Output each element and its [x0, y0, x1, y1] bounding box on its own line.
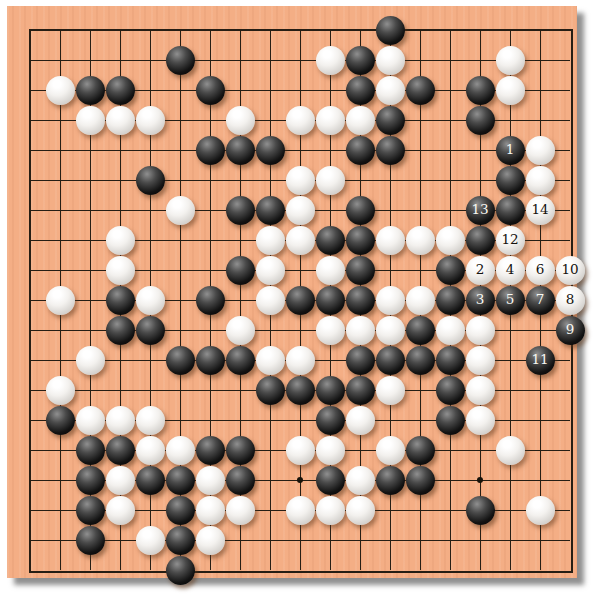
stone-black-8-12[interactable]	[226, 346, 255, 375]
stone-black-15-13[interactable]	[436, 376, 465, 405]
stone-white-13-13[interactable]	[376, 376, 405, 405]
star-point	[477, 477, 483, 483]
stone-black-16-17[interactable]	[466, 496, 495, 525]
stone-white-7-16[interactable]	[196, 466, 225, 495]
stone-white-4-9[interactable]	[106, 256, 135, 285]
stone-white-16-14[interactable]	[466, 406, 495, 435]
stone-black-17-6[interactable]	[496, 166, 525, 195]
stone-black-5-6[interactable]	[136, 166, 165, 195]
stone-black-18-12[interactable]: 11	[526, 346, 555, 375]
stone-black-6-17[interactable]	[166, 496, 195, 525]
move-number-label: 8	[566, 293, 575, 307]
move-number-label: 14	[531, 203, 548, 217]
stone-white-6-15[interactable]	[166, 436, 195, 465]
stone-white-11-6[interactable]	[316, 166, 345, 195]
stone-white-2-3[interactable]	[46, 76, 75, 105]
stone-white-10-8[interactable]	[286, 226, 315, 255]
stone-white-4-17[interactable]	[106, 496, 135, 525]
stone-white-11-4[interactable]	[316, 106, 345, 135]
stone-black-15-10[interactable]	[436, 286, 465, 315]
stone-white-12-4[interactable]	[346, 106, 375, 135]
stone-white-17-3[interactable]	[496, 76, 525, 105]
move-number-label: 5	[506, 293, 515, 307]
stone-black-6-12[interactable]	[166, 346, 195, 375]
stone-black-16-7[interactable]: 13	[466, 196, 495, 225]
stone-black-3-15[interactable]	[76, 436, 105, 465]
stone-black-8-5[interactable]	[226, 136, 255, 165]
stone-black-14-15[interactable]	[406, 436, 435, 465]
stone-black-19-11[interactable]: 9	[556, 316, 585, 345]
move-number-label: 10	[561, 263, 578, 277]
move-number-label: 4	[506, 263, 515, 277]
stone-white-18-7[interactable]: 14	[526, 196, 555, 225]
stone-white-11-15[interactable]	[316, 436, 345, 465]
stone-white-13-2[interactable]	[376, 46, 405, 75]
stone-white-13-10[interactable]	[376, 286, 405, 315]
stone-black-14-11[interactable]	[406, 316, 435, 345]
stone-white-11-2[interactable]	[316, 46, 345, 75]
stone-black-12-8[interactable]	[346, 226, 375, 255]
move-number-label: 12	[501, 233, 518, 247]
stone-white-11-11[interactable]	[316, 316, 345, 345]
stone-black-16-8[interactable]	[466, 226, 495, 255]
stone-white-16-9[interactable]: 2	[466, 256, 495, 285]
stone-white-10-17[interactable]	[286, 496, 315, 525]
stone-black-6-19[interactable]	[166, 556, 195, 585]
stone-white-10-6[interactable]	[286, 166, 315, 195]
stone-black-9-5[interactable]	[256, 136, 285, 165]
stone-black-9-13[interactable]	[256, 376, 285, 405]
stone-black-11-10[interactable]	[316, 286, 345, 315]
stone-black-15-14[interactable]	[436, 406, 465, 435]
stone-black-16-10[interactable]: 3	[466, 286, 495, 315]
stone-white-5-10[interactable]	[136, 286, 165, 315]
stone-white-15-8[interactable]	[436, 226, 465, 255]
stone-black-12-13[interactable]	[346, 376, 375, 405]
stone-black-3-18[interactable]	[76, 526, 105, 555]
stone-black-16-4[interactable]	[466, 106, 495, 135]
stone-black-7-5[interactable]	[196, 136, 225, 165]
move-number-label: 7	[536, 293, 545, 307]
stone-black-3-16[interactable]	[76, 466, 105, 495]
stone-black-7-3[interactable]	[196, 76, 225, 105]
move-number-label: 11	[531, 353, 548, 367]
stone-black-11-13[interactable]	[316, 376, 345, 405]
stone-black-4-15[interactable]	[106, 436, 135, 465]
stone-black-12-7[interactable]	[346, 196, 375, 225]
stone-white-14-10[interactable]	[406, 286, 435, 315]
stone-white-4-8[interactable]	[106, 226, 135, 255]
stone-white-5-15[interactable]	[136, 436, 165, 465]
stone-black-11-8[interactable]	[316, 226, 345, 255]
stone-white-14-8[interactable]	[406, 226, 435, 255]
stone-black-6-2[interactable]	[166, 46, 195, 75]
stone-black-8-16[interactable]	[226, 466, 255, 495]
stone-black-8-15[interactable]	[226, 436, 255, 465]
move-number-label: 13	[471, 203, 488, 217]
stone-black-16-3[interactable]	[466, 76, 495, 105]
stone-white-11-17[interactable]	[316, 496, 345, 525]
move-number-label: 6	[536, 263, 545, 277]
stone-black-11-16[interactable]	[316, 466, 345, 495]
stone-black-12-3[interactable]	[346, 76, 375, 105]
stone-white-7-17[interactable]	[196, 496, 225, 525]
stone-black-13-12[interactable]	[376, 346, 405, 375]
stone-white-12-17[interactable]	[346, 496, 375, 525]
stone-black-14-3[interactable]	[406, 76, 435, 105]
stone-white-18-9[interactable]: 6	[526, 256, 555, 285]
stone-white-17-2[interactable]	[496, 46, 525, 75]
stone-white-8-4[interactable]	[226, 106, 255, 135]
stone-white-17-9[interactable]: 4	[496, 256, 525, 285]
stone-white-5-18[interactable]	[136, 526, 165, 555]
stone-white-19-10[interactable]: 8	[556, 286, 585, 315]
stone-black-15-12[interactable]	[436, 346, 465, 375]
stone-white-9-12[interactable]	[256, 346, 285, 375]
stone-black-10-13[interactable]	[286, 376, 315, 405]
star-point	[297, 477, 303, 483]
stone-white-10-7[interactable]	[286, 196, 315, 225]
stone-white-3-14[interactable]	[76, 406, 105, 435]
stone-black-8-9[interactable]	[226, 256, 255, 285]
stone-black-7-15[interactable]	[196, 436, 225, 465]
stone-white-12-16[interactable]	[346, 466, 375, 495]
stone-white-19-9[interactable]: 10	[556, 256, 585, 285]
stone-black-12-9[interactable]	[346, 256, 375, 285]
stone-black-13-5[interactable]	[376, 136, 405, 165]
stone-black-13-4[interactable]	[376, 106, 405, 135]
stone-black-14-12[interactable]	[406, 346, 435, 375]
stone-black-12-2[interactable]	[346, 46, 375, 75]
stone-white-9-9[interactable]	[256, 256, 285, 285]
stone-white-13-15[interactable]	[376, 436, 405, 465]
stone-black-4-11[interactable]	[106, 316, 135, 345]
stone-white-17-15[interactable]	[496, 436, 525, 465]
stone-white-12-11[interactable]	[346, 316, 375, 345]
stone-black-12-12[interactable]	[346, 346, 375, 375]
stone-black-2-14[interactable]	[46, 406, 75, 435]
stone-black-7-10[interactable]	[196, 286, 225, 315]
stone-black-13-16[interactable]	[376, 466, 405, 495]
stone-white-7-18[interactable]	[196, 526, 225, 555]
stone-white-5-14[interactable]	[136, 406, 165, 435]
stone-white-15-11[interactable]	[436, 316, 465, 345]
move-number-label: 3	[476, 293, 485, 307]
stone-white-4-16[interactable]	[106, 466, 135, 495]
stone-white-16-13[interactable]	[466, 376, 495, 405]
stone-white-10-4[interactable]	[286, 106, 315, 135]
stone-white-10-12[interactable]	[286, 346, 315, 375]
stone-white-18-17[interactable]	[526, 496, 555, 525]
stone-black-15-9[interactable]	[436, 256, 465, 285]
stone-white-5-4[interactable]	[136, 106, 165, 135]
stone-black-4-3[interactable]	[106, 76, 135, 105]
stone-white-8-11[interactable]	[226, 316, 255, 345]
stone-black-13-1[interactable]	[376, 16, 405, 45]
stone-black-11-14[interactable]	[316, 406, 345, 435]
stone-black-8-7[interactable]	[226, 196, 255, 225]
stone-white-13-3[interactable]	[376, 76, 405, 105]
stone-white-4-14[interactable]	[106, 406, 135, 435]
stone-white-11-9[interactable]	[316, 256, 345, 285]
stone-black-6-18[interactable]	[166, 526, 195, 555]
stone-black-10-10[interactable]	[286, 286, 315, 315]
stone-black-5-16[interactable]	[136, 466, 165, 495]
stone-white-4-4[interactable]	[106, 106, 135, 135]
move-number-label: 1	[506, 143, 515, 157]
stone-black-12-10[interactable]	[346, 286, 375, 315]
stone-black-17-10[interactable]: 5	[496, 286, 525, 315]
stone-black-3-3[interactable]	[76, 76, 105, 105]
stone-white-17-8[interactable]: 12	[496, 226, 525, 255]
stone-white-9-10[interactable]	[256, 286, 285, 315]
stone-white-9-8[interactable]	[256, 226, 285, 255]
stone-white-12-14[interactable]	[346, 406, 375, 435]
stone-black-3-17[interactable]	[76, 496, 105, 525]
stone-white-18-6[interactable]	[526, 166, 555, 195]
go-board[interactable]: 1131412246103578911	[0, 0, 600, 600]
stone-white-18-5[interactable]	[526, 136, 555, 165]
stone-black-14-16[interactable]	[406, 466, 435, 495]
move-number-label: 2	[476, 263, 485, 277]
stone-black-12-5[interactable]	[346, 136, 375, 165]
stone-white-3-12[interactable]	[76, 346, 105, 375]
grid-line-horizontal	[30, 540, 570, 541]
stone-black-17-5[interactable]: 1	[496, 136, 525, 165]
stone-white-16-11[interactable]	[466, 316, 495, 345]
stone-black-6-16[interactable]	[166, 466, 195, 495]
stone-white-13-8[interactable]	[376, 226, 405, 255]
stone-white-3-4[interactable]	[76, 106, 105, 135]
move-number-label: 9	[566, 323, 575, 337]
stone-black-9-7[interactable]	[256, 196, 285, 225]
stone-black-5-11[interactable]	[136, 316, 165, 345]
stone-white-13-11[interactable]	[376, 316, 405, 345]
stone-white-2-10[interactable]	[46, 286, 75, 315]
stone-black-17-7[interactable]	[496, 196, 525, 225]
stone-white-2-13[interactable]	[46, 376, 75, 405]
stone-black-7-12[interactable]	[196, 346, 225, 375]
stone-white-8-17[interactable]	[226, 496, 255, 525]
stone-white-6-7[interactable]	[166, 196, 195, 225]
stone-black-4-10[interactable]	[106, 286, 135, 315]
stone-black-18-10[interactable]: 7	[526, 286, 555, 315]
stone-white-16-12[interactable]	[466, 346, 495, 375]
stone-white-10-15[interactable]	[286, 436, 315, 465]
